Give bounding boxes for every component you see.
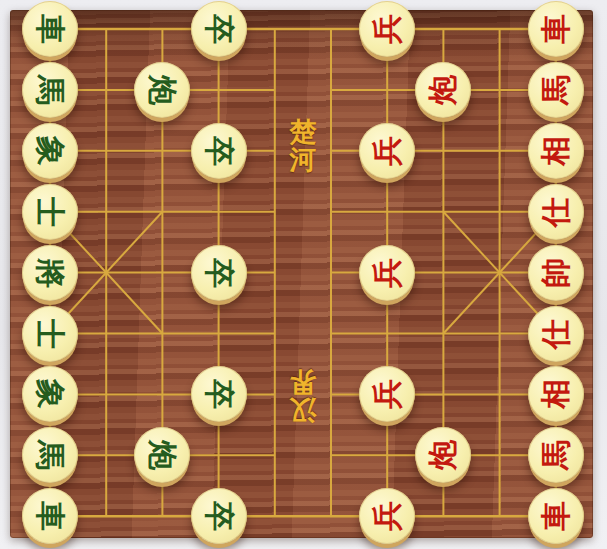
piece-red-chariot[interactable]: 車 (528, 488, 584, 544)
piece-red-soldier[interactable]: 兵 (359, 1, 415, 57)
soldier-glyph: 兵 (372, 136, 402, 166)
piece-red-soldier[interactable]: 兵 (359, 245, 415, 301)
piece-red-chariot[interactable]: 車 (528, 1, 584, 57)
piece-black-elephant[interactable]: 象 (22, 123, 78, 179)
advisor-glyph: 士 (35, 319, 65, 349)
chariot-glyph: 車 (35, 14, 65, 44)
soldier-glyph: 卒 (204, 379, 234, 409)
xiangqi-board: 楚 河 汉 界 (10, 10, 593, 538)
piece-red-cannon[interactable]: 炮 (415, 62, 471, 118)
cannon-glyph: 炮 (428, 75, 458, 105)
elephant-glyph: 相 (541, 136, 571, 166)
river-label-han-jie: 汉 界 (281, 368, 325, 424)
photo-background: 楚 河 汉 界 車馬象士將士象馬車炮炮卒卒卒卒卒兵兵兵兵兵炮炮車馬相仕帥仕相馬車 (0, 0, 607, 549)
cannon-glyph: 炮 (428, 440, 458, 470)
chariot-glyph: 車 (541, 501, 571, 531)
piece-red-advisor[interactable]: 仕 (528, 184, 584, 240)
soldier-glyph: 卒 (204, 258, 234, 288)
soldier-glyph: 兵 (372, 258, 402, 288)
piece-black-chariot[interactable]: 車 (22, 488, 78, 544)
piece-black-chariot[interactable]: 車 (22, 1, 78, 57)
piece-black-soldier[interactable]: 卒 (191, 488, 247, 544)
chariot-glyph: 車 (35, 501, 65, 531)
piece-black-soldier[interactable]: 卒 (191, 366, 247, 422)
piece-red-advisor[interactable]: 仕 (528, 306, 584, 362)
advisor-glyph: 士 (35, 197, 65, 227)
elephant-glyph: 象 (35, 136, 65, 166)
piece-black-horse[interactable]: 馬 (22, 427, 78, 483)
soldier-glyph: 卒 (204, 501, 234, 531)
piece-red-horse[interactable]: 馬 (528, 427, 584, 483)
piece-red-general[interactable]: 帥 (528, 245, 584, 301)
piece-black-soldier[interactable]: 卒 (191, 245, 247, 301)
advisor-glyph: 仕 (541, 319, 571, 349)
horse-glyph: 馬 (35, 440, 65, 470)
piece-red-elephant[interactable]: 相 (528, 123, 584, 179)
piece-black-advisor[interactable]: 士 (22, 306, 78, 362)
river-char-chu: 楚 (281, 118, 325, 146)
general-glyph: 將 (35, 258, 65, 288)
piece-red-elephant[interactable]: 相 (528, 366, 584, 422)
river-char-he: 河 (281, 146, 325, 174)
horse-glyph: 馬 (35, 75, 65, 105)
soldier-glyph: 兵 (372, 501, 402, 531)
piece-black-advisor[interactable]: 士 (22, 184, 78, 240)
cannon-glyph: 炮 (147, 440, 177, 470)
piece-black-horse[interactable]: 馬 (22, 62, 78, 118)
elephant-glyph: 象 (35, 379, 65, 409)
piece-red-soldier[interactable]: 兵 (359, 123, 415, 179)
horse-glyph: 馬 (541, 75, 571, 105)
piece-red-horse[interactable]: 馬 (528, 62, 584, 118)
piece-black-cannon[interactable]: 炮 (134, 62, 190, 118)
chariot-glyph: 車 (541, 14, 571, 44)
river-label-chu-he: 楚 河 (281, 118, 325, 174)
soldier-glyph: 兵 (372, 379, 402, 409)
river-char-jie: 界 (281, 368, 325, 396)
soldier-glyph: 卒 (204, 136, 234, 166)
soldier-glyph: 兵 (372, 14, 402, 44)
horse-glyph: 馬 (541, 440, 571, 470)
advisor-glyph: 仕 (541, 197, 571, 227)
elephant-glyph: 相 (541, 379, 571, 409)
piece-black-soldier[interactable]: 卒 (191, 123, 247, 179)
piece-red-soldier[interactable]: 兵 (359, 488, 415, 544)
piece-black-elephant[interactable]: 象 (22, 366, 78, 422)
river-char-han: 汉 (281, 396, 325, 424)
cannon-glyph: 炮 (147, 75, 177, 105)
general-glyph: 帥 (541, 258, 571, 288)
soldier-glyph: 卒 (204, 14, 234, 44)
piece-black-general[interactable]: 將 (22, 245, 78, 301)
board-grid-lines (10, 10, 593, 538)
piece-black-soldier[interactable]: 卒 (191, 1, 247, 57)
